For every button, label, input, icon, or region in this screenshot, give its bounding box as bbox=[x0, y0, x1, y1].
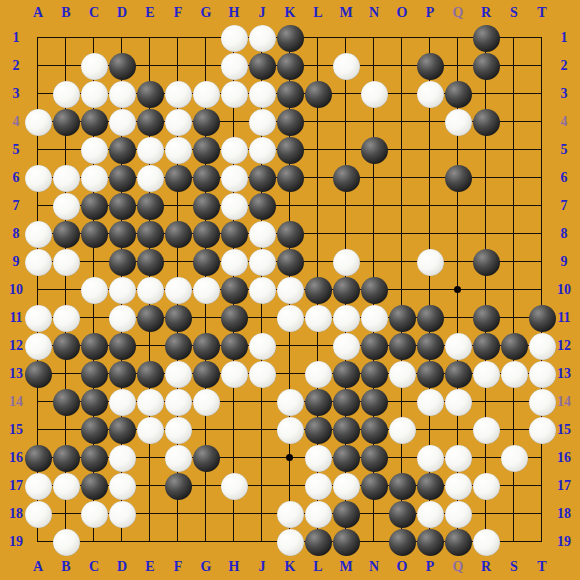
intersection-H9[interactable] bbox=[220, 248, 248, 276]
intersection-E10[interactable] bbox=[136, 276, 164, 304]
intersection-P18[interactable] bbox=[416, 500, 444, 528]
intersection-T10[interactable] bbox=[528, 276, 556, 304]
intersection-B3[interactable] bbox=[52, 80, 80, 108]
intersection-K13[interactable] bbox=[276, 360, 304, 388]
intersection-J15[interactable] bbox=[248, 416, 276, 444]
intersection-E6[interactable] bbox=[136, 164, 164, 192]
intersection-K5[interactable] bbox=[276, 136, 304, 164]
intersection-J11[interactable] bbox=[248, 304, 276, 332]
intersection-A9[interactable] bbox=[24, 248, 52, 276]
intersection-E2[interactable] bbox=[136, 52, 164, 80]
intersection-G10[interactable] bbox=[192, 276, 220, 304]
intersection-L1[interactable] bbox=[304, 24, 332, 52]
intersection-O15[interactable] bbox=[388, 416, 416, 444]
intersection-T3[interactable] bbox=[528, 80, 556, 108]
intersection-M14[interactable] bbox=[332, 388, 360, 416]
intersection-J18[interactable] bbox=[248, 500, 276, 528]
intersection-K4[interactable] bbox=[276, 108, 304, 136]
intersection-S3[interactable] bbox=[500, 80, 528, 108]
intersection-L2[interactable] bbox=[304, 52, 332, 80]
intersection-E9[interactable] bbox=[136, 248, 164, 276]
intersection-K10[interactable] bbox=[276, 276, 304, 304]
intersection-T19[interactable] bbox=[528, 528, 556, 556]
intersection-N19[interactable] bbox=[360, 528, 388, 556]
intersection-J6[interactable] bbox=[248, 164, 276, 192]
intersection-D9[interactable] bbox=[108, 248, 136, 276]
intersection-Q17[interactable] bbox=[444, 472, 472, 500]
intersection-D5[interactable] bbox=[108, 136, 136, 164]
intersection-Q8[interactable] bbox=[444, 220, 472, 248]
intersection-N12[interactable] bbox=[360, 332, 388, 360]
intersection-D15[interactable] bbox=[108, 416, 136, 444]
intersection-D7[interactable] bbox=[108, 192, 136, 220]
intersection-Q11[interactable] bbox=[444, 304, 472, 332]
intersection-C14[interactable] bbox=[80, 388, 108, 416]
intersection-R1[interactable] bbox=[472, 24, 500, 52]
intersection-T12[interactable] bbox=[528, 332, 556, 360]
intersection-Q3[interactable] bbox=[444, 80, 472, 108]
intersection-E8[interactable] bbox=[136, 220, 164, 248]
intersection-N15[interactable] bbox=[360, 416, 388, 444]
intersection-P14[interactable] bbox=[416, 388, 444, 416]
intersection-R4[interactable] bbox=[472, 108, 500, 136]
intersection-A12[interactable] bbox=[24, 332, 52, 360]
intersection-J9[interactable] bbox=[248, 248, 276, 276]
intersection-T16[interactable] bbox=[528, 444, 556, 472]
intersection-B2[interactable] bbox=[52, 52, 80, 80]
intersection-L4[interactable] bbox=[304, 108, 332, 136]
intersection-R13[interactable] bbox=[472, 360, 500, 388]
intersection-G3[interactable] bbox=[192, 80, 220, 108]
intersection-O6[interactable] bbox=[388, 164, 416, 192]
intersection-M7[interactable] bbox=[332, 192, 360, 220]
intersection-D14[interactable] bbox=[108, 388, 136, 416]
intersection-N1[interactable] bbox=[360, 24, 388, 52]
intersection-M15[interactable] bbox=[332, 416, 360, 444]
intersection-K7[interactable] bbox=[276, 192, 304, 220]
intersection-E17[interactable] bbox=[136, 472, 164, 500]
intersection-A1[interactable] bbox=[24, 24, 52, 52]
intersection-L7[interactable] bbox=[304, 192, 332, 220]
intersection-F19[interactable] bbox=[164, 528, 192, 556]
intersection-B17[interactable] bbox=[52, 472, 80, 500]
intersection-S8[interactable] bbox=[500, 220, 528, 248]
intersection-G9[interactable] bbox=[192, 248, 220, 276]
intersection-E18[interactable] bbox=[136, 500, 164, 528]
intersection-D16[interactable] bbox=[108, 444, 136, 472]
intersection-B6[interactable] bbox=[52, 164, 80, 192]
intersection-Q14[interactable] bbox=[444, 388, 472, 416]
intersection-P7[interactable] bbox=[416, 192, 444, 220]
intersection-K1[interactable] bbox=[276, 24, 304, 52]
intersection-R7[interactable] bbox=[472, 192, 500, 220]
intersection-C19[interactable] bbox=[80, 528, 108, 556]
intersection-Q13[interactable] bbox=[444, 360, 472, 388]
intersection-T5[interactable] bbox=[528, 136, 556, 164]
intersection-O8[interactable] bbox=[388, 220, 416, 248]
intersection-P4[interactable] bbox=[416, 108, 444, 136]
intersection-H19[interactable] bbox=[220, 528, 248, 556]
intersection-J13[interactable] bbox=[248, 360, 276, 388]
intersection-A15[interactable] bbox=[24, 416, 52, 444]
intersection-C4[interactable] bbox=[80, 108, 108, 136]
intersection-M13[interactable] bbox=[332, 360, 360, 388]
intersection-R5[interactable] bbox=[472, 136, 500, 164]
intersection-L6[interactable] bbox=[304, 164, 332, 192]
intersection-R10[interactable] bbox=[472, 276, 500, 304]
intersection-S18[interactable] bbox=[500, 500, 528, 528]
intersection-F4[interactable] bbox=[164, 108, 192, 136]
intersection-C2[interactable] bbox=[80, 52, 108, 80]
intersection-B1[interactable] bbox=[52, 24, 80, 52]
intersection-D18[interactable] bbox=[108, 500, 136, 528]
intersection-C3[interactable] bbox=[80, 80, 108, 108]
intersection-E15[interactable] bbox=[136, 416, 164, 444]
intersection-E3[interactable] bbox=[136, 80, 164, 108]
intersection-C10[interactable] bbox=[80, 276, 108, 304]
intersection-R14[interactable] bbox=[472, 388, 500, 416]
intersection-A7[interactable] bbox=[24, 192, 52, 220]
intersection-O7[interactable] bbox=[388, 192, 416, 220]
intersection-E19[interactable] bbox=[136, 528, 164, 556]
intersection-Q15[interactable] bbox=[444, 416, 472, 444]
intersection-P16[interactable] bbox=[416, 444, 444, 472]
intersection-B19[interactable] bbox=[52, 528, 80, 556]
intersection-S4[interactable] bbox=[500, 108, 528, 136]
intersection-C9[interactable] bbox=[80, 248, 108, 276]
intersection-J10[interactable] bbox=[248, 276, 276, 304]
intersection-N7[interactable] bbox=[360, 192, 388, 220]
intersection-J4[interactable] bbox=[248, 108, 276, 136]
intersection-O2[interactable] bbox=[388, 52, 416, 80]
intersection-Q5[interactable] bbox=[444, 136, 472, 164]
intersection-R18[interactable] bbox=[472, 500, 500, 528]
intersection-B12[interactable] bbox=[52, 332, 80, 360]
intersection-S2[interactable] bbox=[500, 52, 528, 80]
intersection-O9[interactable] bbox=[388, 248, 416, 276]
intersection-P13[interactable] bbox=[416, 360, 444, 388]
intersection-F12[interactable] bbox=[164, 332, 192, 360]
intersection-P8[interactable] bbox=[416, 220, 444, 248]
intersection-M9[interactable] bbox=[332, 248, 360, 276]
intersection-H6[interactable] bbox=[220, 164, 248, 192]
intersection-E13[interactable] bbox=[136, 360, 164, 388]
intersection-S16[interactable] bbox=[500, 444, 528, 472]
intersection-O10[interactable] bbox=[388, 276, 416, 304]
intersection-A16[interactable] bbox=[24, 444, 52, 472]
intersection-J7[interactable] bbox=[248, 192, 276, 220]
intersection-R9[interactable] bbox=[472, 248, 500, 276]
intersection-L15[interactable] bbox=[304, 416, 332, 444]
intersection-P3[interactable] bbox=[416, 80, 444, 108]
intersection-S14[interactable] bbox=[500, 388, 528, 416]
intersection-L12[interactable] bbox=[304, 332, 332, 360]
intersection-L18[interactable] bbox=[304, 500, 332, 528]
intersection-C1[interactable] bbox=[80, 24, 108, 52]
intersection-D13[interactable] bbox=[108, 360, 136, 388]
intersection-D11[interactable] bbox=[108, 304, 136, 332]
intersection-G4[interactable] bbox=[192, 108, 220, 136]
intersection-H3[interactable] bbox=[220, 80, 248, 108]
intersection-J8[interactable] bbox=[248, 220, 276, 248]
intersection-N2[interactable] bbox=[360, 52, 388, 80]
intersection-B5[interactable] bbox=[52, 136, 80, 164]
intersection-Q9[interactable] bbox=[444, 248, 472, 276]
intersection-C15[interactable] bbox=[80, 416, 108, 444]
intersection-J14[interactable] bbox=[248, 388, 276, 416]
intersection-G8[interactable] bbox=[192, 220, 220, 248]
intersection-O14[interactable] bbox=[388, 388, 416, 416]
intersection-P2[interactable] bbox=[416, 52, 444, 80]
intersection-R11[interactable] bbox=[472, 304, 500, 332]
intersection-T8[interactable] bbox=[528, 220, 556, 248]
intersection-N8[interactable] bbox=[360, 220, 388, 248]
intersection-C16[interactable] bbox=[80, 444, 108, 472]
intersection-K6[interactable] bbox=[276, 164, 304, 192]
intersection-R12[interactable] bbox=[472, 332, 500, 360]
intersection-P5[interactable] bbox=[416, 136, 444, 164]
intersection-G16[interactable] bbox=[192, 444, 220, 472]
intersection-S5[interactable] bbox=[500, 136, 528, 164]
intersection-J2[interactable] bbox=[248, 52, 276, 80]
intersection-T1[interactable] bbox=[528, 24, 556, 52]
intersection-D12[interactable] bbox=[108, 332, 136, 360]
intersection-D19[interactable] bbox=[108, 528, 136, 556]
intersection-C11[interactable] bbox=[80, 304, 108, 332]
intersection-C5[interactable] bbox=[80, 136, 108, 164]
intersection-M16[interactable] bbox=[332, 444, 360, 472]
intersection-D8[interactable] bbox=[108, 220, 136, 248]
intersection-T11[interactable] bbox=[528, 304, 556, 332]
intersection-T14[interactable] bbox=[528, 388, 556, 416]
intersection-S9[interactable] bbox=[500, 248, 528, 276]
intersection-T13[interactable] bbox=[528, 360, 556, 388]
intersection-H13[interactable] bbox=[220, 360, 248, 388]
intersection-O3[interactable] bbox=[388, 80, 416, 108]
intersection-R6[interactable] bbox=[472, 164, 500, 192]
intersection-S12[interactable] bbox=[500, 332, 528, 360]
intersection-C18[interactable] bbox=[80, 500, 108, 528]
intersection-G1[interactable] bbox=[192, 24, 220, 52]
intersection-R2[interactable] bbox=[472, 52, 500, 80]
intersection-D3[interactable] bbox=[108, 80, 136, 108]
intersection-T2[interactable] bbox=[528, 52, 556, 80]
intersection-H8[interactable] bbox=[220, 220, 248, 248]
intersection-E11[interactable] bbox=[136, 304, 164, 332]
intersection-D10[interactable] bbox=[108, 276, 136, 304]
intersection-O4[interactable] bbox=[388, 108, 416, 136]
intersection-T4[interactable] bbox=[528, 108, 556, 136]
intersection-G15[interactable] bbox=[192, 416, 220, 444]
intersection-J12[interactable] bbox=[248, 332, 276, 360]
intersection-G11[interactable] bbox=[192, 304, 220, 332]
intersection-L16[interactable] bbox=[304, 444, 332, 472]
intersection-K2[interactable] bbox=[276, 52, 304, 80]
intersection-R15[interactable] bbox=[472, 416, 500, 444]
intersection-D6[interactable] bbox=[108, 164, 136, 192]
intersection-F3[interactable] bbox=[164, 80, 192, 108]
intersection-Q4[interactable] bbox=[444, 108, 472, 136]
intersection-L10[interactable] bbox=[304, 276, 332, 304]
intersection-M2[interactable] bbox=[332, 52, 360, 80]
intersection-L5[interactable] bbox=[304, 136, 332, 164]
intersection-N18[interactable] bbox=[360, 500, 388, 528]
intersection-R17[interactable] bbox=[472, 472, 500, 500]
intersection-F14[interactable] bbox=[164, 388, 192, 416]
intersection-L14[interactable] bbox=[304, 388, 332, 416]
intersection-F8[interactable] bbox=[164, 220, 192, 248]
intersection-B14[interactable] bbox=[52, 388, 80, 416]
intersection-G5[interactable] bbox=[192, 136, 220, 164]
intersection-S6[interactable] bbox=[500, 164, 528, 192]
intersection-G18[interactable] bbox=[192, 500, 220, 528]
intersection-Q19[interactable] bbox=[444, 528, 472, 556]
intersection-N6[interactable] bbox=[360, 164, 388, 192]
intersection-H1[interactable] bbox=[220, 24, 248, 52]
intersection-F11[interactable] bbox=[164, 304, 192, 332]
intersection-K12[interactable] bbox=[276, 332, 304, 360]
intersection-R16[interactable] bbox=[472, 444, 500, 472]
intersection-C17[interactable] bbox=[80, 472, 108, 500]
intersection-P15[interactable] bbox=[416, 416, 444, 444]
intersection-A5[interactable] bbox=[24, 136, 52, 164]
intersection-B8[interactable] bbox=[52, 220, 80, 248]
intersection-C13[interactable] bbox=[80, 360, 108, 388]
intersection-O19[interactable] bbox=[388, 528, 416, 556]
intersection-N16[interactable] bbox=[360, 444, 388, 472]
intersection-O11[interactable] bbox=[388, 304, 416, 332]
intersection-K8[interactable] bbox=[276, 220, 304, 248]
intersection-T6[interactable] bbox=[528, 164, 556, 192]
intersection-M5[interactable] bbox=[332, 136, 360, 164]
intersection-A14[interactable] bbox=[24, 388, 52, 416]
intersection-C6[interactable] bbox=[80, 164, 108, 192]
intersection-E7[interactable] bbox=[136, 192, 164, 220]
intersection-K15[interactable] bbox=[276, 416, 304, 444]
intersection-B9[interactable] bbox=[52, 248, 80, 276]
intersection-M12[interactable] bbox=[332, 332, 360, 360]
intersection-G7[interactable] bbox=[192, 192, 220, 220]
intersection-N11[interactable] bbox=[360, 304, 388, 332]
intersection-Q6[interactable] bbox=[444, 164, 472, 192]
intersection-A11[interactable] bbox=[24, 304, 52, 332]
intersection-F2[interactable] bbox=[164, 52, 192, 80]
intersection-F10[interactable] bbox=[164, 276, 192, 304]
intersection-M1[interactable] bbox=[332, 24, 360, 52]
intersection-A2[interactable] bbox=[24, 52, 52, 80]
intersection-P9[interactable] bbox=[416, 248, 444, 276]
intersection-S10[interactable] bbox=[500, 276, 528, 304]
intersection-G14[interactable] bbox=[192, 388, 220, 416]
intersection-M17[interactable] bbox=[332, 472, 360, 500]
intersection-B11[interactable] bbox=[52, 304, 80, 332]
intersection-H14[interactable] bbox=[220, 388, 248, 416]
intersection-F1[interactable] bbox=[164, 24, 192, 52]
intersection-G12[interactable] bbox=[192, 332, 220, 360]
intersection-G6[interactable] bbox=[192, 164, 220, 192]
intersection-N3[interactable] bbox=[360, 80, 388, 108]
intersection-G13[interactable] bbox=[192, 360, 220, 388]
intersection-F17[interactable] bbox=[164, 472, 192, 500]
intersection-S19[interactable] bbox=[500, 528, 528, 556]
intersection-O18[interactable] bbox=[388, 500, 416, 528]
intersection-L11[interactable] bbox=[304, 304, 332, 332]
intersection-O12[interactable] bbox=[388, 332, 416, 360]
intersection-B4[interactable] bbox=[52, 108, 80, 136]
intersection-H18[interactable] bbox=[220, 500, 248, 528]
intersection-Q2[interactable] bbox=[444, 52, 472, 80]
intersection-J1[interactable] bbox=[248, 24, 276, 52]
intersection-A13[interactable] bbox=[24, 360, 52, 388]
intersection-P19[interactable] bbox=[416, 528, 444, 556]
intersection-B10[interactable] bbox=[52, 276, 80, 304]
intersection-S13[interactable] bbox=[500, 360, 528, 388]
intersection-K17[interactable] bbox=[276, 472, 304, 500]
intersection-Q10[interactable] bbox=[444, 276, 472, 304]
intersection-D4[interactable] bbox=[108, 108, 136, 136]
intersection-S1[interactable] bbox=[500, 24, 528, 52]
intersection-E16[interactable] bbox=[136, 444, 164, 472]
intersection-P10[interactable] bbox=[416, 276, 444, 304]
intersection-P6[interactable] bbox=[416, 164, 444, 192]
intersection-J16[interactable] bbox=[248, 444, 276, 472]
intersection-M18[interactable] bbox=[332, 500, 360, 528]
intersection-N13[interactable] bbox=[360, 360, 388, 388]
intersection-P11[interactable] bbox=[416, 304, 444, 332]
intersection-B7[interactable] bbox=[52, 192, 80, 220]
intersection-N14[interactable] bbox=[360, 388, 388, 416]
intersection-G19[interactable] bbox=[192, 528, 220, 556]
intersection-H12[interactable] bbox=[220, 332, 248, 360]
intersection-J19[interactable] bbox=[248, 528, 276, 556]
intersection-Q16[interactable] bbox=[444, 444, 472, 472]
intersection-E4[interactable] bbox=[136, 108, 164, 136]
intersection-H15[interactable] bbox=[220, 416, 248, 444]
intersection-N5[interactable] bbox=[360, 136, 388, 164]
intersection-O13[interactable] bbox=[388, 360, 416, 388]
intersection-H16[interactable] bbox=[220, 444, 248, 472]
intersection-M6[interactable] bbox=[332, 164, 360, 192]
intersection-P12[interactable] bbox=[416, 332, 444, 360]
intersection-R3[interactable] bbox=[472, 80, 500, 108]
intersection-F9[interactable] bbox=[164, 248, 192, 276]
intersection-Q18[interactable] bbox=[444, 500, 472, 528]
intersection-E14[interactable] bbox=[136, 388, 164, 416]
intersection-E1[interactable] bbox=[136, 24, 164, 52]
intersection-A17[interactable] bbox=[24, 472, 52, 500]
intersection-A10[interactable] bbox=[24, 276, 52, 304]
intersection-H5[interactable] bbox=[220, 136, 248, 164]
intersection-F15[interactable] bbox=[164, 416, 192, 444]
intersection-J5[interactable] bbox=[248, 136, 276, 164]
intersection-F16[interactable] bbox=[164, 444, 192, 472]
intersection-S17[interactable] bbox=[500, 472, 528, 500]
intersection-D2[interactable] bbox=[108, 52, 136, 80]
intersection-T15[interactable] bbox=[528, 416, 556, 444]
intersection-M4[interactable] bbox=[332, 108, 360, 136]
intersection-F18[interactable] bbox=[164, 500, 192, 528]
intersection-B16[interactable] bbox=[52, 444, 80, 472]
intersection-C12[interactable] bbox=[80, 332, 108, 360]
intersection-O17[interactable] bbox=[388, 472, 416, 500]
intersection-K11[interactable] bbox=[276, 304, 304, 332]
intersection-A18[interactable] bbox=[24, 500, 52, 528]
intersection-H11[interactable] bbox=[220, 304, 248, 332]
intersection-O16[interactable] bbox=[388, 444, 416, 472]
intersection-Q1[interactable] bbox=[444, 24, 472, 52]
intersection-E12[interactable] bbox=[136, 332, 164, 360]
intersection-F7[interactable] bbox=[164, 192, 192, 220]
